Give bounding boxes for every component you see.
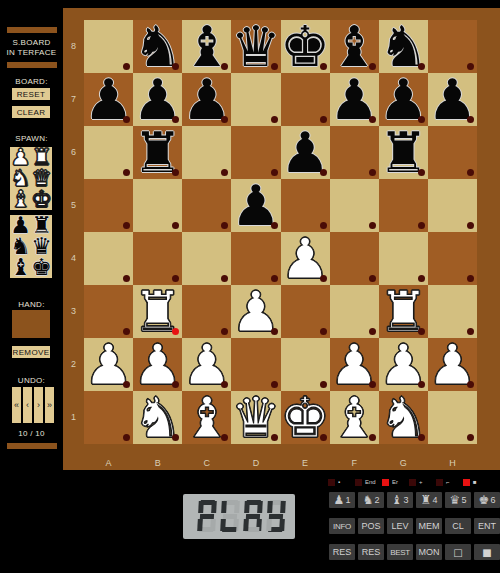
- lcd-segment: [266, 519, 272, 531]
- square-led-h4: [467, 275, 474, 282]
- keypad-led-2: [382, 479, 389, 486]
- square-f1[interactable]: ♝: [330, 391, 379, 444]
- board-squares: ♞♝♛♚♝♞♟♟♟♟♟♟♜♟♜♟♟♜♟♜♟♟♟♟♟♟♞♝♛♚♝♞: [84, 20, 477, 444]
- square-h1[interactable]: [428, 391, 477, 444]
- square-led-h7: [467, 116, 474, 123]
- square-led-f7: [369, 116, 376, 123]
- keypad-button-res-r3-1[interactable]: RES: [358, 544, 384, 560]
- square-e4[interactable]: ♟: [281, 232, 330, 285]
- square-d1[interactable]: ♛: [231, 391, 280, 444]
- keypad-button-best-r3-2[interactable]: BEST: [387, 544, 413, 560]
- square-a7[interactable]: ♟: [84, 73, 133, 126]
- square-led-e4: [320, 275, 327, 282]
- file-label-A: A: [84, 452, 133, 475]
- square-led-h2: [467, 381, 474, 388]
- square-led-c4: [221, 275, 228, 282]
- file-label-F: F: [330, 452, 379, 475]
- chess-board: 87654321 ♞♝♛♚♝♞♟♟♟♟♟♟♜♟♜♟♟♜♟♜♟♟♟♟♟♟♞♝♛♚♝…: [63, 8, 500, 470]
- lcd-segment: [246, 514, 260, 519]
- square-led-e8: [320, 63, 327, 70]
- square-a1[interactable]: [84, 391, 133, 444]
- keypad-led-0: [328, 479, 335, 486]
- lcd-segment: [223, 514, 237, 519]
- lcd-segment: [197, 519, 203, 531]
- spawn-piece-white-k[interactable]: ♚: [31, 189, 52, 210]
- square-e2[interactable]: [281, 338, 330, 391]
- rank-label-8: 8: [63, 20, 84, 73]
- clear-button[interactable]: CLEAR: [12, 106, 50, 118]
- square-c6[interactable]: [182, 126, 231, 179]
- spawn-piece-black-b[interactable]: ♝: [10, 257, 31, 278]
- square-a3[interactable]: [84, 285, 133, 338]
- square-f4[interactable]: [330, 232, 379, 285]
- square-b4[interactable]: [133, 232, 182, 285]
- file-label-G: G: [379, 452, 428, 475]
- square-b1[interactable]: ♞: [133, 391, 182, 444]
- lcd-segment: [280, 501, 286, 513]
- keypad-button-piece-3[interactable]: ♝3: [387, 492, 413, 508]
- square-b2[interactable]: ♟: [133, 338, 182, 391]
- square-b8[interactable]: ♞: [133, 20, 182, 73]
- file-label-B: B: [133, 452, 182, 475]
- sideboard-title-line2: IN TERFACE: [0, 48, 63, 57]
- square-led-a6: [123, 169, 130, 176]
- remove-button[interactable]: REMOVE: [12, 346, 50, 358]
- lcd-digit-0: [197, 500, 217, 532]
- keypad-button-ent-5[interactable]: ENT: [474, 518, 500, 534]
- square-led-d8: [271, 63, 278, 70]
- square-a2[interactable]: ♟: [84, 338, 133, 391]
- square-c3[interactable]: [182, 285, 231, 338]
- spawn-section-label: SPAWN:: [0, 134, 63, 143]
- square-d4[interactable]: [231, 232, 280, 285]
- lcd-segment: [267, 501, 273, 513]
- square-c8[interactable]: ♝: [182, 20, 231, 73]
- rank-label-2: 2: [63, 338, 84, 391]
- square-led-f4: [369, 275, 376, 282]
- square-e6[interactable]: ♟: [281, 126, 330, 179]
- square-led-a4: [123, 275, 130, 282]
- square-led-d7: [271, 116, 278, 123]
- spawn-panel-white: ♟♜♞♛♝♚: [10, 147, 52, 210]
- square-led-d5: [271, 222, 278, 229]
- lcd-segment: [220, 519, 226, 531]
- undo-section-label: UNDO:: [0, 376, 63, 385]
- square-led-h6: [467, 169, 474, 176]
- lcd-segment: [200, 514, 214, 519]
- square-led-e6: [320, 169, 327, 176]
- square-g2[interactable]: ♟: [379, 338, 428, 391]
- keypad-button-info-0[interactable]: INFO: [329, 518, 355, 534]
- square-g7[interactable]: ♟: [379, 73, 428, 126]
- square-h6[interactable]: [428, 126, 477, 179]
- square-led-f1: [369, 434, 376, 441]
- lcd-segment: [257, 501, 263, 513]
- board-section-label: BOARD:: [0, 77, 63, 86]
- square-c7[interactable]: ♟: [182, 73, 231, 126]
- spawn-panel-black: ♟♜♞♛♝♚: [10, 215, 52, 278]
- square-h3[interactable]: [428, 285, 477, 338]
- square-led-d3: [271, 328, 278, 335]
- square-d5[interactable]: ♟: [231, 179, 280, 232]
- spawn-piece-black-k[interactable]: ♚: [31, 257, 52, 278]
- piece-n-icon: ♞: [363, 492, 374, 508]
- square-e5[interactable]: [281, 179, 330, 232]
- square-led-g6: [418, 169, 425, 176]
- square-g5[interactable]: [379, 179, 428, 232]
- lcd-segment: [244, 501, 250, 513]
- square-h8[interactable]: [428, 20, 477, 73]
- lcd-digit-2: [243, 500, 263, 532]
- lcd-segment: [234, 501, 240, 513]
- square-a8[interactable]: [84, 20, 133, 73]
- square-f7[interactable]: ♟: [330, 73, 379, 126]
- keypad-led-label-5: ■: [473, 478, 477, 487]
- piece-q-icon: ♛: [450, 492, 461, 508]
- lcd-digit-3: [266, 500, 286, 532]
- keypad-button-piece-5[interactable]: ♛5: [445, 492, 471, 508]
- keypad-led-3: [409, 479, 416, 486]
- square-b3[interactable]: ♜: [133, 285, 182, 338]
- piece-k-icon: ♚: [479, 492, 490, 508]
- square-d7[interactable]: [231, 73, 280, 126]
- square-b5[interactable]: [133, 179, 182, 232]
- square-f3[interactable]: [330, 285, 379, 338]
- file-label-H: H: [428, 452, 477, 475]
- piece-r-icon: ♜: [421, 492, 432, 508]
- sideboard-title-line1: S.BOARD: [0, 38, 63, 47]
- keypad-led-4: [436, 479, 443, 486]
- square-led-b5: [172, 222, 179, 229]
- keypad-led-label-1: End: [365, 478, 376, 487]
- rank-label-3: 3: [63, 285, 84, 338]
- square-led-f6: [369, 169, 376, 176]
- square-c2[interactable]: ♟: [182, 338, 231, 391]
- hand-section-label: HAND:: [0, 300, 63, 309]
- keypad-button-piece-1[interactable]: ♟1: [329, 492, 355, 508]
- square-e1[interactable]: ♚: [281, 391, 330, 444]
- square-g6[interactable]: ♜: [379, 126, 428, 179]
- keypad-led-label-0: ▪: [338, 478, 340, 487]
- square-e7[interactable]: [281, 73, 330, 126]
- keypad-button-lev-2[interactable]: LEV: [387, 518, 413, 534]
- square-f5[interactable]: [330, 179, 379, 232]
- keypad-button-white-square[interactable]: □: [445, 544, 471, 560]
- square-led-e1: [320, 434, 327, 441]
- square-led-g5: [418, 222, 425, 229]
- square-led-g1: [418, 434, 425, 441]
- square-f6[interactable]: [330, 126, 379, 179]
- rank-label-6: 6: [63, 126, 84, 179]
- undo-button-3[interactable]: »: [45, 387, 54, 423]
- square-c1[interactable]: ♝: [182, 391, 231, 444]
- file-label-E: E: [281, 452, 330, 475]
- square-d6[interactable]: [231, 126, 280, 179]
- keypad-button-pos-1[interactable]: POS: [358, 518, 384, 534]
- rank-label-7: 7: [63, 73, 84, 126]
- square-b7[interactable]: ♟: [133, 73, 182, 126]
- lcd-digit-1: [220, 500, 240, 532]
- undo-counter: 10 / 10: [0, 429, 63, 438]
- square-led-c5: [221, 222, 228, 229]
- square-f8[interactable]: ♝: [330, 20, 379, 73]
- keypad-button-piece-2[interactable]: ♞2: [358, 492, 384, 508]
- square-g8[interactable]: ♞: [379, 20, 428, 73]
- keypad-button-piece-6[interactable]: ♚6: [474, 492, 500, 508]
- keypad-led-label-3: +: [419, 478, 423, 487]
- square-g1[interactable]: ♞: [379, 391, 428, 444]
- undo-button-2[interactable]: ›: [34, 387, 43, 423]
- square-d3[interactable]: ♟: [231, 285, 280, 338]
- lcd-segment: [269, 514, 283, 519]
- square-a4[interactable]: [84, 232, 133, 285]
- spawn-piece-white-b[interactable]: ♝: [10, 189, 31, 210]
- keypad-led-label-4: ⌐: [446, 478, 450, 487]
- reset-button[interactable]: RESET: [12, 88, 50, 100]
- square-d8[interactable]: ♛: [231, 20, 280, 73]
- keypad-button-cl-4[interactable]: CL: [445, 518, 471, 534]
- undo-button-0[interactable]: «: [12, 387, 21, 423]
- square-d2[interactable]: [231, 338, 280, 391]
- square-led-d1: [271, 434, 278, 441]
- rank-label-1: 1: [63, 391, 84, 444]
- square-c4[interactable]: [182, 232, 231, 285]
- keypad-led-5: [463, 479, 470, 486]
- lcd-segment: [211, 501, 217, 513]
- square-h4[interactable]: [428, 232, 477, 285]
- square-led-h1: [467, 434, 474, 441]
- piece-p-icon: ♟: [334, 492, 345, 508]
- lcd-segment: [221, 501, 227, 513]
- keypad-led-1: [355, 479, 362, 486]
- rank-label-5: 5: [63, 179, 84, 232]
- square-e3[interactable]: [281, 285, 330, 338]
- square-a5[interactable]: [84, 179, 133, 232]
- square-e8[interactable]: ♚: [281, 20, 330, 73]
- lcd-segment: [198, 501, 204, 513]
- file-label-D: D: [231, 452, 280, 475]
- lcd-display: [183, 494, 295, 539]
- square-b6[interactable]: ♜: [133, 126, 182, 179]
- square-h7[interactable]: ♟: [428, 73, 477, 126]
- square-led-h5: [467, 222, 474, 229]
- square-g4[interactable]: [379, 232, 428, 285]
- square-a6[interactable]: [84, 126, 133, 179]
- undo-button-1[interactable]: ‹: [23, 387, 32, 423]
- square-c5[interactable]: [182, 179, 231, 232]
- square-led-a1: [123, 434, 130, 441]
- square-h5[interactable]: [428, 179, 477, 232]
- square-led-c6: [221, 169, 228, 176]
- square-led-e3: [320, 328, 327, 335]
- keypad-button-mem-3[interactable]: MEM: [416, 518, 442, 534]
- lcd-segment: [243, 519, 249, 531]
- keypad-button-mon-r3-3[interactable]: MON: [416, 544, 442, 560]
- square-h2[interactable]: ♟: [428, 338, 477, 391]
- piece-b-icon: ♝: [392, 492, 403, 508]
- keypad-led-label-2: Er: [392, 478, 398, 487]
- square-led-f5: [369, 222, 376, 229]
- square-g3[interactable]: ♜: [379, 285, 428, 338]
- divider-bar-bottom: [7, 443, 57, 449]
- divider-bar-top: [7, 27, 57, 33]
- divider-bar-2: [7, 62, 57, 68]
- square-led-a5: [123, 222, 130, 229]
- keypad-button-black-square[interactable]: ■: [474, 544, 500, 560]
- keypad-button-res-r3-0[interactable]: RES: [329, 544, 355, 560]
- hand-slot[interactable]: [12, 310, 50, 338]
- keypad-button-piece-4[interactable]: ♜4: [416, 492, 442, 508]
- square-f2[interactable]: ♟: [330, 338, 379, 391]
- rank-label-4: 4: [63, 232, 84, 285]
- file-label-C: C: [182, 452, 231, 475]
